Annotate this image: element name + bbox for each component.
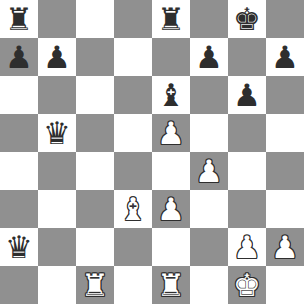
square-c6[interactable] [76,76,114,114]
square-g7[interactable] [228,38,266,76]
square-c1[interactable]: ♜ [76,266,114,304]
square-b5[interactable]: ♛ [38,114,76,152]
white-rook[interactable]: ♜ [81,266,109,304]
square-f8[interactable] [190,0,228,38]
square-a7[interactable]: ♟ [0,38,38,76]
square-h1[interactable] [266,266,304,304]
square-b1[interactable] [38,266,76,304]
square-a8[interactable]: ♜ [0,0,38,38]
square-h3[interactable] [266,190,304,228]
square-g3[interactable] [228,190,266,228]
black-rook[interactable]: ♜ [5,0,33,38]
square-a3[interactable] [0,190,38,228]
square-f6[interactable] [190,76,228,114]
black-queen[interactable]: ♛ [5,228,33,266]
square-b6[interactable] [38,76,76,114]
square-d3[interactable]: ♝ [114,190,152,228]
square-c2[interactable] [76,228,114,266]
square-f4[interactable]: ♟ [190,152,228,190]
white-king[interactable]: ♚ [233,266,261,304]
square-h6[interactable] [266,76,304,114]
square-c5[interactable] [76,114,114,152]
white-rook[interactable]: ♜ [157,266,185,304]
square-f7[interactable]: ♟ [190,38,228,76]
square-d2[interactable] [114,228,152,266]
square-c4[interactable] [76,152,114,190]
black-pawn[interactable]: ♟ [43,38,71,76]
square-d4[interactable] [114,152,152,190]
black-king[interactable]: ♚ [233,0,261,38]
white-pawn[interactable]: ♟ [271,228,299,266]
square-d5[interactable] [114,114,152,152]
white-pawn[interactable]: ♟ [157,114,185,152]
square-b8[interactable] [38,0,76,38]
square-b3[interactable] [38,190,76,228]
square-e2[interactable] [152,228,190,266]
square-a6[interactable] [0,76,38,114]
black-pawn[interactable]: ♟ [233,76,261,114]
square-b7[interactable]: ♟ [38,38,76,76]
square-e8[interactable]: ♜ [152,0,190,38]
square-g2[interactable]: ♟ [228,228,266,266]
square-e3[interactable]: ♟ [152,190,190,228]
square-e5[interactable]: ♟ [152,114,190,152]
white-pawn[interactable]: ♟ [157,190,185,228]
square-c7[interactable] [76,38,114,76]
white-pawn[interactable]: ♟ [233,228,261,266]
square-g5[interactable] [228,114,266,152]
square-g8[interactable]: ♚ [228,0,266,38]
square-a5[interactable] [0,114,38,152]
square-d7[interactable] [114,38,152,76]
square-e7[interactable] [152,38,190,76]
square-d8[interactable] [114,0,152,38]
square-c8[interactable] [76,0,114,38]
square-d1[interactable] [114,266,152,304]
black-rook[interactable]: ♜ [157,0,185,38]
square-a4[interactable] [0,152,38,190]
white-pawn[interactable]: ♟ [195,152,223,190]
square-c3[interactable] [76,190,114,228]
black-pawn[interactable]: ♟ [195,38,223,76]
square-h8[interactable] [266,0,304,38]
square-e6[interactable]: ♝ [152,76,190,114]
square-g1[interactable]: ♚ [228,266,266,304]
white-bishop[interactable]: ♝ [119,190,147,228]
square-e1[interactable]: ♜ [152,266,190,304]
square-g4[interactable] [228,152,266,190]
square-f1[interactable] [190,266,228,304]
square-d6[interactable] [114,76,152,114]
square-h4[interactable] [266,152,304,190]
black-queen[interactable]: ♛ [43,114,71,152]
square-b2[interactable] [38,228,76,266]
square-h7[interactable]: ♟ [266,38,304,76]
square-a1[interactable] [0,266,38,304]
chess-board: ♜♜♚♟♟♟♟♝♟♛♟♟♝♟♛♟♟♜♜♚ [0,0,304,304]
square-h5[interactable] [266,114,304,152]
square-g6[interactable]: ♟ [228,76,266,114]
black-pawn[interactable]: ♟ [271,38,299,76]
square-b4[interactable] [38,152,76,190]
square-h2[interactable]: ♟ [266,228,304,266]
square-e4[interactable] [152,152,190,190]
square-f5[interactable] [190,114,228,152]
black-pawn[interactable]: ♟ [5,38,33,76]
square-f3[interactable] [190,190,228,228]
square-a2[interactable]: ♛ [0,228,38,266]
square-f2[interactable] [190,228,228,266]
black-bishop[interactable]: ♝ [157,76,185,114]
